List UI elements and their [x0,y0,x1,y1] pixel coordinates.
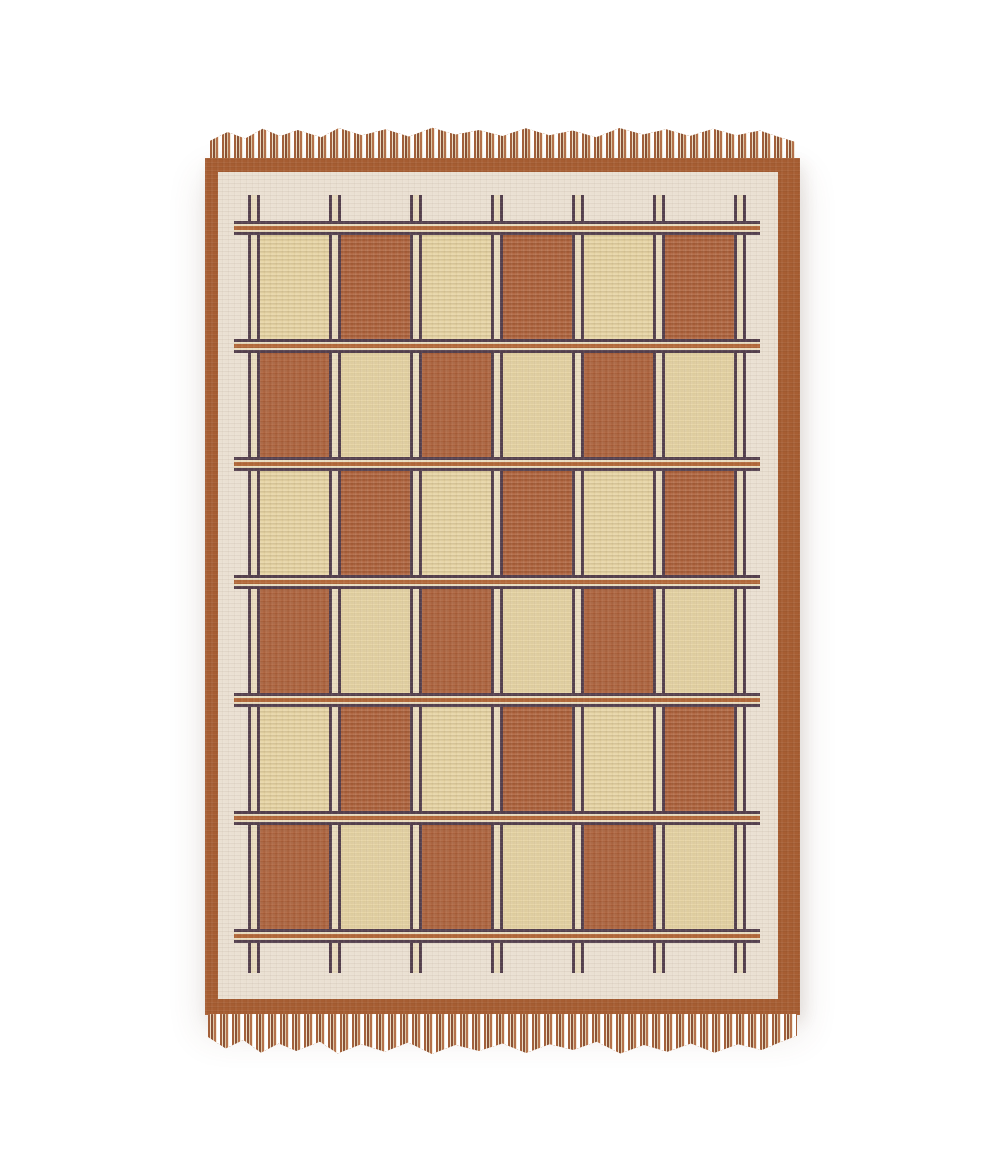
board-square-r4c4-cream [503,589,572,693]
board-square-r4c2-cream [341,589,410,693]
row-separator-6 [234,811,760,825]
board-square-r1c1-cream [260,235,329,339]
board-square-r3c5-cream [584,471,653,575]
board-square-r3c6-terracotta [665,471,734,575]
board-square-r6c4-cream [503,825,572,929]
board-square-r3c4-terracotta [503,471,572,575]
row-separator-2 [234,339,760,353]
board-square-r5c2-terracotta [341,707,410,811]
board-square-r2c5-terracotta [584,353,653,457]
board-square-r1c2-terracotta [341,235,410,339]
board-square-r5c5-cream [584,707,653,811]
board-square-r6c3-terracotta [422,825,491,929]
board-square-r5c3-cream [422,707,491,811]
board-square-r1c3-cream [422,235,491,339]
board-square-r2c3-terracotta [422,353,491,457]
board-square-r2c6-cream [665,353,734,457]
board-square-r1c5-cream [584,235,653,339]
board-square-r6c1-terracotta [260,825,329,929]
board-square-r4c3-terracotta [422,589,491,693]
row-separator-5 [234,693,760,707]
fringe-bottom [208,1014,797,1056]
board-square-r5c4-terracotta [503,707,572,811]
board-square-r6c6-cream [665,825,734,929]
row-separator-7 [234,929,760,943]
board-square-r3c1-cream [260,471,329,575]
board-square-r3c3-cream [422,471,491,575]
board-square-r2c2-cream [341,353,410,457]
board-square-r1c4-terracotta [503,235,572,339]
row-separator-1 [234,221,760,235]
fringe-top [210,126,795,159]
board-square-r6c5-terracotta [584,825,653,929]
row-separator-3 [234,457,760,471]
rug-body-with-terracotta-border [205,158,800,1015]
board-square-r5c6-terracotta [665,707,734,811]
checkerboard [248,221,746,943]
board-square-r2c1-terracotta [260,353,329,457]
board-square-r5c1-cream [260,707,329,811]
board-square-r3c2-terracotta [341,471,410,575]
rug [205,126,800,1058]
board-square-r4c1-terracotta [260,589,329,693]
board-square-r2c4-cream [503,353,572,457]
product-photo-canvas [0,0,1000,1167]
row-separator-4 [234,575,760,589]
board-square-r4c6-cream [665,589,734,693]
board-square-r4c5-terracotta [584,589,653,693]
board-square-r1c6-terracotta [665,235,734,339]
board-square-r6c2-cream [341,825,410,929]
